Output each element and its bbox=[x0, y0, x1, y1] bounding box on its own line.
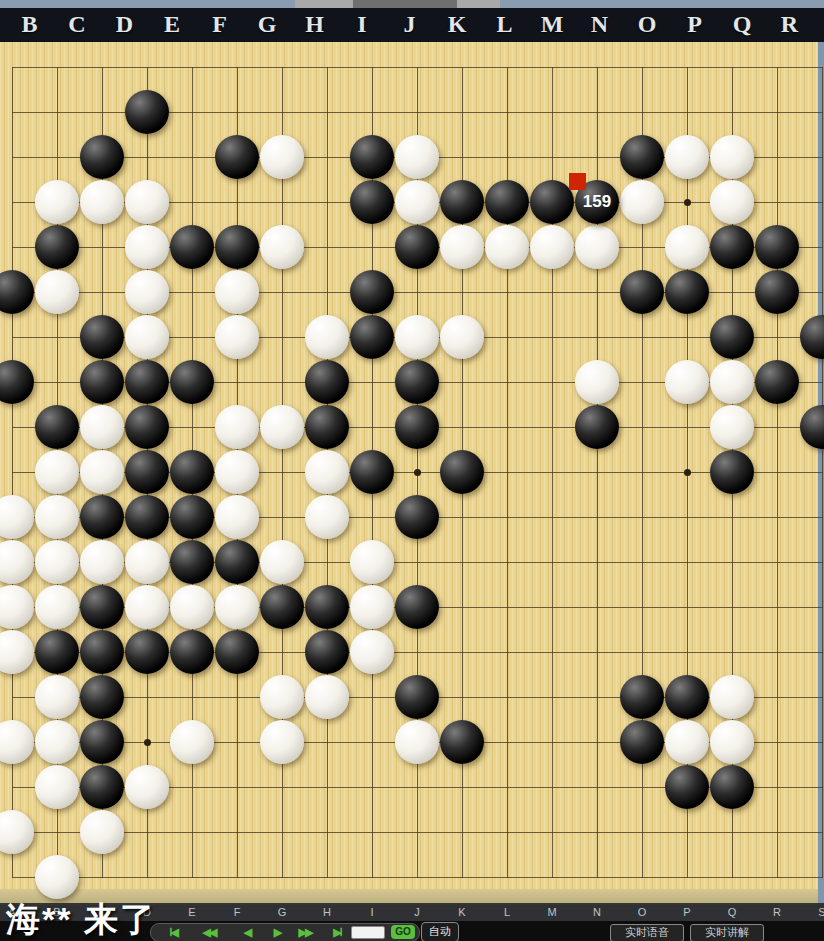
white-stone-C16[interactable] bbox=[80, 180, 124, 224]
white-stone-C2[interactable] bbox=[80, 810, 124, 854]
white-stone-D14[interactable] bbox=[125, 270, 169, 314]
white-stone-D16[interactable] bbox=[125, 180, 169, 224]
white-stone-J17[interactable] bbox=[395, 135, 439, 179]
black-stone-O17[interactable] bbox=[620, 135, 664, 179]
white-stone-F13[interactable] bbox=[215, 315, 259, 359]
top-coordinate-label-P: P bbox=[675, 11, 715, 38]
bottom-coordinate-label-O: O bbox=[627, 906, 657, 918]
realtime-voice-button[interactable]: 实时语音 bbox=[610, 924, 684, 941]
white-stone-B4[interactable] bbox=[35, 720, 79, 764]
top-coordinate-label-N: N bbox=[580, 11, 620, 38]
black-stone-L16[interactable] bbox=[485, 180, 529, 224]
white-stone-I7[interactable] bbox=[350, 585, 394, 629]
top-coordinate-label-S: S bbox=[817, 11, 824, 38]
bottom-coordinate-label-Q: Q bbox=[717, 906, 747, 918]
white-stone-G4[interactable] bbox=[260, 720, 304, 764]
white-stone-G11[interactable] bbox=[260, 405, 304, 449]
black-stone-Q3[interactable] bbox=[710, 765, 754, 809]
white-stone-H13[interactable] bbox=[305, 315, 349, 359]
top-coordinate-label-Q: Q bbox=[722, 11, 762, 38]
black-stone-G7[interactable] bbox=[260, 585, 304, 629]
white-stone-N12[interactable] bbox=[575, 360, 619, 404]
white-stone-B9[interactable] bbox=[35, 495, 79, 539]
black-stone-P14[interactable] bbox=[665, 270, 709, 314]
first-move-button[interactable]: Ⅰ◀ bbox=[159, 924, 187, 940]
black-stone-N11[interactable] bbox=[575, 405, 619, 449]
top-coordinate-label-H: H bbox=[295, 11, 335, 38]
white-stone-K15[interactable] bbox=[440, 225, 484, 269]
black-stone-C4[interactable] bbox=[80, 720, 124, 764]
black-stone-F8[interactable] bbox=[215, 540, 259, 584]
white-stone-H9[interactable] bbox=[305, 495, 349, 539]
black-stone-R15[interactable] bbox=[755, 225, 799, 269]
black-stone-D6[interactable] bbox=[125, 630, 169, 674]
white-stone-H5[interactable] bbox=[305, 675, 349, 719]
move-number-label: 159 bbox=[575, 180, 619, 224]
top-coordinate-label-O: O bbox=[627, 11, 667, 38]
white-stone-I6[interactable] bbox=[350, 630, 394, 674]
white-stone-K13[interactable] bbox=[440, 315, 484, 359]
top-coordinate-label-L: L bbox=[485, 11, 525, 38]
black-stone-C12[interactable] bbox=[80, 360, 124, 404]
board-grid-line bbox=[12, 877, 823, 878]
white-stone-Q4[interactable] bbox=[710, 720, 754, 764]
black-stone-H6[interactable] bbox=[305, 630, 349, 674]
black-stone-J12[interactable] bbox=[395, 360, 439, 404]
white-stone-B10[interactable] bbox=[35, 450, 79, 494]
white-stone-B1[interactable] bbox=[35, 855, 79, 899]
white-stone-G5[interactable] bbox=[260, 675, 304, 719]
white-stone-G8[interactable] bbox=[260, 540, 304, 584]
white-stone-J13[interactable] bbox=[395, 315, 439, 359]
white-stone-G15[interactable] bbox=[260, 225, 304, 269]
black-stone-J15[interactable] bbox=[395, 225, 439, 269]
bottom-coordinate-label-I: I bbox=[357, 906, 387, 918]
white-stone-F11[interactable] bbox=[215, 405, 259, 449]
fast-back-button[interactable]: ◀◀ bbox=[195, 924, 223, 940]
bottom-coordinate-label-M: M bbox=[537, 906, 567, 918]
black-stone-E6[interactable] bbox=[170, 630, 214, 674]
white-stone-F9[interactable] bbox=[215, 495, 259, 539]
bottom-coordinate-label-F: F bbox=[222, 906, 252, 918]
white-stone-L15[interactable] bbox=[485, 225, 529, 269]
star-point bbox=[144, 739, 151, 746]
white-stone-J4[interactable] bbox=[395, 720, 439, 764]
black-stone-I10[interactable] bbox=[350, 450, 394, 494]
black-stone-O4[interactable] bbox=[620, 720, 664, 764]
black-stone-E12[interactable] bbox=[170, 360, 214, 404]
go-button[interactable]: GO bbox=[391, 925, 415, 939]
white-stone-I8[interactable] bbox=[350, 540, 394, 584]
white-stone-C11[interactable] bbox=[80, 405, 124, 449]
black-stone-H11[interactable] bbox=[305, 405, 349, 449]
black-stone-O5[interactable] bbox=[620, 675, 664, 719]
black-stone-E8[interactable] bbox=[170, 540, 214, 584]
black-stone-J5[interactable] bbox=[395, 675, 439, 719]
white-stone-E4[interactable] bbox=[170, 720, 214, 764]
top-coordinate-label-J: J bbox=[390, 11, 430, 38]
white-stone-D13[interactable] bbox=[125, 315, 169, 359]
black-stone-E9[interactable] bbox=[170, 495, 214, 539]
black-stone-O14[interactable] bbox=[620, 270, 664, 314]
white-stone-H10[interactable] bbox=[305, 450, 349, 494]
black-stone-F15[interactable] bbox=[215, 225, 259, 269]
black-stone-D12[interactable] bbox=[125, 360, 169, 404]
black-stone-N16[interactable]: 159 bbox=[575, 180, 619, 224]
white-stone-F7[interactable] bbox=[215, 585, 259, 629]
top-coordinate-label-A: A bbox=[0, 11, 2, 38]
black-stone-B11[interactable] bbox=[35, 405, 79, 449]
white-stone-Q5[interactable] bbox=[710, 675, 754, 719]
bottom-coordinate-label-R: R bbox=[762, 906, 792, 918]
top-coordinate-label-M: M bbox=[532, 11, 572, 38]
bottom-coordinate-label-G: G bbox=[267, 906, 297, 918]
star-point bbox=[414, 469, 421, 476]
bottom-coordinate-label-N: N bbox=[582, 906, 612, 918]
white-stone-D3[interactable] bbox=[125, 765, 169, 809]
step-forward-button[interactable]: ▶ bbox=[263, 924, 291, 940]
white-stone-Q12[interactable] bbox=[710, 360, 754, 404]
black-stone-D18[interactable] bbox=[125, 90, 169, 134]
white-stone-O16[interactable] bbox=[620, 180, 664, 224]
white-stone-B8[interactable] bbox=[35, 540, 79, 584]
white-stone-P15[interactable] bbox=[665, 225, 709, 269]
white-stone-Q11[interactable] bbox=[710, 405, 754, 449]
top-coordinate-label-I: I bbox=[342, 11, 382, 38]
black-stone-Q10[interactable] bbox=[710, 450, 754, 494]
white-stone-E7[interactable] bbox=[170, 585, 214, 629]
black-stone-H12[interactable] bbox=[305, 360, 349, 404]
white-stone-B7[interactable] bbox=[35, 585, 79, 629]
bottom-coordinate-label-P: P bbox=[672, 906, 702, 918]
black-stone-C6[interactable] bbox=[80, 630, 124, 674]
black-stone-Q13[interactable] bbox=[710, 315, 754, 359]
white-stone-M15[interactable] bbox=[530, 225, 574, 269]
black-stone-F6[interactable] bbox=[215, 630, 259, 674]
white-stone-D7[interactable] bbox=[125, 585, 169, 629]
black-stone-I17[interactable] bbox=[350, 135, 394, 179]
go-app-window: ABCDEFGHIJKLMNOPQRS ABCDEFGHIJKLMNOPQRS … bbox=[0, 0, 824, 941]
bottom-coordinate-label-E: E bbox=[177, 906, 207, 918]
white-stone-G17[interactable] bbox=[260, 135, 304, 179]
playback-pill: Ⅰ◀◀◀◀▶▶▶▶ⅠGO bbox=[150, 923, 420, 941]
board-grid-line bbox=[777, 67, 778, 878]
black-stone-I13[interactable] bbox=[350, 315, 394, 359]
move-number-input[interactable] bbox=[351, 926, 385, 939]
fast-forward-button[interactable]: ▶▶ bbox=[291, 924, 319, 940]
white-stone-B14[interactable] bbox=[35, 270, 79, 314]
black-stone-K4[interactable] bbox=[440, 720, 484, 764]
top-coordinate-label-F: F bbox=[200, 11, 240, 38]
black-stone-J7[interactable] bbox=[395, 585, 439, 629]
white-stone-D15[interactable] bbox=[125, 225, 169, 269]
black-stone-H7[interactable] bbox=[305, 585, 349, 629]
black-stone-C9[interactable] bbox=[80, 495, 124, 539]
black-stone-F17[interactable] bbox=[215, 135, 259, 179]
white-stone-B3[interactable] bbox=[35, 765, 79, 809]
board-grid-line bbox=[822, 67, 823, 878]
black-stone-C5[interactable] bbox=[80, 675, 124, 719]
black-stone-K16[interactable] bbox=[440, 180, 484, 224]
black-stone-P5[interactable] bbox=[665, 675, 709, 719]
black-stone-C7[interactable] bbox=[80, 585, 124, 629]
board-grid-line bbox=[12, 832, 823, 833]
white-stone-D8[interactable] bbox=[125, 540, 169, 584]
black-stone-C13[interactable] bbox=[80, 315, 124, 359]
top-coordinate-label-R: R bbox=[770, 11, 810, 38]
bottom-coordinate-label-H: H bbox=[312, 906, 342, 918]
black-stone-J9[interactable] bbox=[395, 495, 439, 539]
black-stone-D10[interactable] bbox=[125, 450, 169, 494]
top-coordinate-label-C: C bbox=[57, 11, 97, 38]
white-stone-F10[interactable] bbox=[215, 450, 259, 494]
black-stone-E15[interactable] bbox=[170, 225, 214, 269]
white-stone-J16[interactable] bbox=[395, 180, 439, 224]
white-stone-P4[interactable] bbox=[665, 720, 709, 764]
auto-play-button[interactable]: 自动 bbox=[421, 922, 459, 941]
bottom-coordinate-label-K: K bbox=[447, 906, 477, 918]
black-stone-R12[interactable] bbox=[755, 360, 799, 404]
top-coordinate-bar: ABCDEFGHIJKLMNOPQRS bbox=[0, 8, 824, 42]
white-stone-B5[interactable] bbox=[35, 675, 79, 719]
bottom-coordinate-label-J: J bbox=[402, 906, 432, 918]
black-stone-C17[interactable] bbox=[80, 135, 124, 179]
black-stone-E10[interactable] bbox=[170, 450, 214, 494]
black-stone-I14[interactable] bbox=[350, 270, 394, 314]
white-stone-C8[interactable] bbox=[80, 540, 124, 584]
black-stone-J11[interactable] bbox=[395, 405, 439, 449]
bottom-coordinate-label-S: S bbox=[807, 906, 824, 918]
top-coordinate-label-B: B bbox=[10, 11, 50, 38]
white-stone-Q16[interactable] bbox=[710, 180, 754, 224]
last-move-button[interactable]: ▶Ⅰ bbox=[323, 924, 351, 940]
white-stone-N15[interactable] bbox=[575, 225, 619, 269]
black-stone-D9[interactable] bbox=[125, 495, 169, 539]
star-point bbox=[684, 469, 691, 476]
top-coordinate-label-K: K bbox=[437, 11, 477, 38]
black-stone-K10[interactable] bbox=[440, 450, 484, 494]
chat-message: 海** 来了 bbox=[6, 897, 156, 941]
black-stone-Q15[interactable] bbox=[710, 225, 754, 269]
black-stone-R14[interactable] bbox=[755, 270, 799, 314]
white-stone-P17[interactable] bbox=[665, 135, 709, 179]
black-stone-B6[interactable] bbox=[35, 630, 79, 674]
top-coordinate-label-D: D bbox=[105, 11, 145, 38]
black-stone-P3[interactable] bbox=[665, 765, 709, 809]
black-stone-M16[interactable] bbox=[530, 180, 574, 224]
white-stone-P12[interactable] bbox=[665, 360, 709, 404]
black-stone-I16[interactable] bbox=[350, 180, 394, 224]
white-stone-B16[interactable] bbox=[35, 180, 79, 224]
black-stone-B15[interactable] bbox=[35, 225, 79, 269]
white-stone-Q17[interactable] bbox=[710, 135, 754, 179]
white-stone-C10[interactable] bbox=[80, 450, 124, 494]
bottom-coordinate-label-L: L bbox=[492, 906, 522, 918]
top-coordinate-label-G: G bbox=[247, 11, 287, 38]
black-stone-D11[interactable] bbox=[125, 405, 169, 449]
black-stone-C3[interactable] bbox=[80, 765, 124, 809]
top-coordinate-label-E: E bbox=[152, 11, 192, 38]
star-point bbox=[684, 199, 691, 206]
realtime-commentary-button[interactable]: 实时讲解 bbox=[690, 924, 764, 941]
step-back-button[interactable]: ◀ bbox=[233, 924, 261, 940]
white-stone-F14[interactable] bbox=[215, 270, 259, 314]
